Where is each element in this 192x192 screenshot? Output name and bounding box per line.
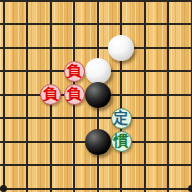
go-diagram: 負負負定慣 xyxy=(0,0,192,192)
grid-line-horizontal xyxy=(0,23,192,25)
star-point xyxy=(0,185,7,192)
grid-line-horizontal xyxy=(0,47,192,49)
mark-red-point[interactable]: 負 xyxy=(64,84,85,105)
go-board[interactable]: 負負負定慣 xyxy=(0,0,192,192)
black-stone xyxy=(85,129,111,155)
grid-line-horizontal xyxy=(0,164,192,166)
mark-red-point[interactable]: 負 xyxy=(64,61,85,82)
black-stone xyxy=(85,82,111,108)
mark-red-point[interactable]: 負 xyxy=(40,84,61,105)
white-stone xyxy=(108,35,134,61)
mark-green-point[interactable]: 定 xyxy=(111,108,132,129)
grid-line-horizontal xyxy=(0,188,192,190)
grid-line-horizontal xyxy=(0,0,192,2)
mark-green-point[interactable]: 慣 xyxy=(111,131,132,152)
grid-line-horizontal xyxy=(0,117,192,119)
star-point xyxy=(188,185,192,192)
white-stone xyxy=(85,58,111,84)
